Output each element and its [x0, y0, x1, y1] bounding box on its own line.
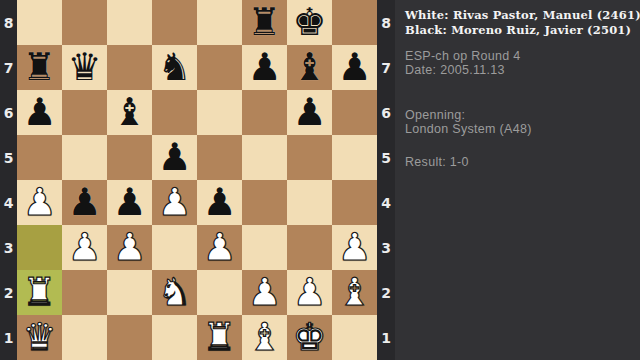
square-e2: [197, 270, 242, 315]
square-g2: ♟: [287, 270, 332, 315]
black-bishop: ♝: [287, 45, 332, 90]
square-c3: ♟: [107, 225, 152, 270]
white-pawn: ♟: [332, 225, 377, 270]
square-g6: ♟: [287, 90, 332, 135]
game-info-panel: White: Rivas Pastor, Manuel (2461) Black…: [395, 0, 640, 360]
square-g3: [287, 225, 332, 270]
square-d3: [152, 225, 197, 270]
square-e1: ♜: [197, 315, 242, 360]
opening-label: Openning:: [405, 108, 465, 122]
square-e5: [197, 135, 242, 180]
square-e6: [197, 90, 242, 135]
square-f1: ♝: [242, 315, 287, 360]
square-g7: ♝: [287, 45, 332, 90]
black-queen: ♛: [62, 45, 107, 90]
event-line: ESP-ch op Round 4: [405, 49, 521, 63]
black-pawn: ♟: [152, 135, 197, 180]
square-g8: ♚: [287, 0, 332, 45]
square-g1: ♚: [287, 315, 332, 360]
white-pawn: ♟: [242, 270, 287, 315]
square-b2: [62, 270, 107, 315]
square-a5: [17, 135, 62, 180]
square-d7: ♞: [152, 45, 197, 90]
white-bishop: ♝: [242, 315, 287, 360]
rank-label-3: 3: [377, 225, 395, 270]
rank-label-6: 6: [377, 90, 395, 135]
black-knight: ♞: [152, 45, 197, 90]
opening-value: London System (A48): [405, 122, 532, 136]
square-d8: [152, 0, 197, 45]
square-d2: ♞: [152, 270, 197, 315]
black-player-line: Black: Moreno Ruiz, Javier (2501): [405, 23, 631, 37]
square-a8: [17, 0, 62, 45]
white-pawn: ♟: [287, 270, 332, 315]
white-pawn: ♟: [17, 180, 62, 225]
rank-label-1: 1: [377, 315, 395, 360]
square-f7: ♟: [242, 45, 287, 90]
square-a2: ♜: [17, 270, 62, 315]
square-c8: [107, 0, 152, 45]
white-player-line: White: Rivas Pastor, Manuel (2461): [405, 8, 640, 22]
black-pawn: ♟: [17, 90, 62, 135]
square-b4: ♟: [62, 180, 107, 225]
square-g4: [287, 180, 332, 225]
square-h2: ♝: [332, 270, 377, 315]
rank-label-7: 7: [0, 45, 17, 90]
square-f4: [242, 180, 287, 225]
black-pawn: ♟: [197, 180, 242, 225]
square-a7: ♜: [17, 45, 62, 90]
square-g5: [287, 135, 332, 180]
white-knight: ♞: [152, 270, 197, 315]
black-pawn: ♟: [332, 45, 377, 90]
rank-label-2: 2: [0, 270, 17, 315]
white-pawn: ♟: [152, 180, 197, 225]
white-queen: ♛: [17, 315, 62, 360]
square-f2: ♟: [242, 270, 287, 315]
black-pawn: ♟: [107, 180, 152, 225]
rank-label-6: 6: [0, 90, 17, 135]
date-line: Date: 2005.11.13: [405, 63, 505, 77]
square-b6: [62, 90, 107, 135]
square-c5: [107, 135, 152, 180]
rank-label-8: 8: [0, 0, 17, 45]
square-h5: [332, 135, 377, 180]
square-b5: [62, 135, 107, 180]
square-b8: [62, 0, 107, 45]
square-c2: [107, 270, 152, 315]
square-e3: ♟: [197, 225, 242, 270]
white-pawn: ♟: [107, 225, 152, 270]
rank-label-4: 4: [377, 180, 395, 225]
rank-label-5: 5: [377, 135, 395, 180]
white-bishop: ♝: [332, 270, 377, 315]
square-f3: [242, 225, 287, 270]
rank-label-2: 2: [377, 270, 395, 315]
square-h3: ♟: [332, 225, 377, 270]
result-line: Result: 1-0: [405, 155, 469, 169]
square-d1: [152, 315, 197, 360]
square-a6: ♟: [17, 90, 62, 135]
square-f5: [242, 135, 287, 180]
black-bishop: ♝: [107, 90, 152, 135]
square-d4: ♟: [152, 180, 197, 225]
rank-label-3: 3: [0, 225, 17, 270]
square-c6: ♝: [107, 90, 152, 135]
black-pawn: ♟: [242, 45, 287, 90]
rank-label-1: 1: [0, 315, 17, 360]
square-e4: ♟: [197, 180, 242, 225]
chess-board: ♜♚♜♛♞♟♝♟♟♝♟♟♟♟♟♟♟♟♟♟♟♜♞♟♟♝♛♜♝♚: [17, 0, 377, 360]
square-a3: [17, 225, 62, 270]
chess-game-view: 87654321 ♜♚♜♛♞♟♝♟♟♝♟♟♟♟♟♟♟♟♟♟♟♜♞♟♟♝♛♜♝♚ …: [0, 0, 640, 360]
white-king: ♚: [287, 315, 332, 360]
black-king: ♚: [287, 0, 332, 45]
square-h8: [332, 0, 377, 45]
white-rook: ♜: [17, 270, 62, 315]
rank-label-7: 7: [377, 45, 395, 90]
square-h1: [332, 315, 377, 360]
square-h6: [332, 90, 377, 135]
square-b7: ♛: [62, 45, 107, 90]
square-a4: ♟: [17, 180, 62, 225]
square-c7: [107, 45, 152, 90]
rank-label-5: 5: [0, 135, 17, 180]
square-h4: [332, 180, 377, 225]
square-a1: ♛: [17, 315, 62, 360]
rank-labels-left: 87654321: [0, 0, 17, 360]
square-e7: [197, 45, 242, 90]
square-c1: [107, 315, 152, 360]
rank-labels-right: 87654321: [377, 0, 395, 360]
black-pawn: ♟: [287, 90, 332, 135]
black-rook: ♜: [17, 45, 62, 90]
square-e8: [197, 0, 242, 45]
white-pawn: ♟: [62, 225, 107, 270]
square-c4: ♟: [107, 180, 152, 225]
rank-label-4: 4: [0, 180, 17, 225]
black-pawn: ♟: [62, 180, 107, 225]
square-b3: ♟: [62, 225, 107, 270]
white-rook: ♜: [197, 315, 242, 360]
square-d5: ♟: [152, 135, 197, 180]
square-d6: [152, 90, 197, 135]
square-b1: [62, 315, 107, 360]
square-h7: ♟: [332, 45, 377, 90]
rank-label-8: 8: [377, 0, 395, 45]
square-f6: [242, 90, 287, 135]
black-rook: ♜: [242, 0, 287, 45]
square-f8: ♜: [242, 0, 287, 45]
white-pawn: ♟: [197, 225, 242, 270]
